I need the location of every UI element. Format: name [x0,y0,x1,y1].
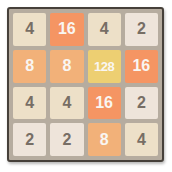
tile-16: 16 [125,50,158,83]
tile-2: 2 [125,13,158,46]
tile-2: 2 [125,87,158,120]
tile-16: 16 [88,87,121,120]
tile-2: 2 [50,123,83,156]
tile-4: 4 [88,13,121,46]
tile-4: 4 [13,13,46,46]
tile-8: 8 [88,123,121,156]
tile-128: 128 [88,50,121,83]
game-board-2048[interactable]: 416428812816441622284 [7,7,164,162]
tile-16: 16 [50,13,83,46]
page-background: 416428812816441622284 [0,0,172,172]
tile-4: 4 [13,87,46,120]
tile-4: 4 [50,87,83,120]
tile-8: 8 [13,50,46,83]
tile-8: 8 [50,50,83,83]
tile-4: 4 [125,123,158,156]
tile-2: 2 [13,123,46,156]
